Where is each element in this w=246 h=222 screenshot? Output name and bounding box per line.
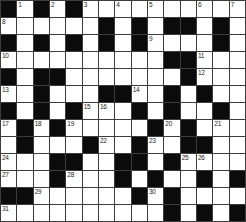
- crossword-cell[interactable]: [164, 1, 179, 17]
- crossword-cell[interactable]: [66, 137, 81, 153]
- crossword-block: [99, 86, 114, 102]
- crossword-cell[interactable]: 20: [164, 120, 179, 136]
- crossword-block: [34, 35, 49, 51]
- crossword-cell[interactable]: [99, 1, 114, 17]
- crossword-cell[interactable]: [230, 154, 245, 170]
- crossword-cell[interactable]: [83, 69, 98, 85]
- crossword-cell[interactable]: 15: [83, 103, 98, 119]
- crossword-cell[interactable]: [148, 205, 163, 221]
- crossword-cell[interactable]: 10: [1, 52, 16, 68]
- crossword-cell[interactable]: [50, 137, 65, 153]
- crossword-cell[interactable]: 24: [1, 154, 16, 170]
- crossword-cell[interactable]: [181, 103, 196, 119]
- crossword-cell[interactable]: [115, 205, 130, 221]
- crossword-cell[interactable]: 12: [197, 69, 212, 85]
- crossword-cell[interactable]: 19: [66, 120, 81, 136]
- clue-number: 30: [149, 188, 156, 195]
- crossword-cell[interactable]: [230, 18, 245, 34]
- crossword-cell[interactable]: 6: [197, 1, 212, 17]
- crossword-cell[interactable]: [83, 120, 98, 136]
- crossword-cell[interactable]: [83, 205, 98, 221]
- crossword-block: [132, 188, 147, 204]
- crossword-cell[interactable]: [17, 52, 32, 68]
- crossword-cell[interactable]: [115, 35, 130, 51]
- crossword-cell[interactable]: [164, 137, 179, 153]
- crossword-cell[interactable]: [66, 188, 81, 204]
- crossword-cell[interactable]: [164, 69, 179, 85]
- crossword-cell[interactable]: [50, 35, 65, 51]
- crossword-cell[interactable]: [230, 188, 245, 204]
- crossword-cell[interactable]: [181, 1, 196, 17]
- crossword-cell[interactable]: [132, 205, 147, 221]
- crossword-cell[interactable]: [83, 18, 98, 34]
- clue-number: 13: [2, 86, 9, 93]
- crossword-cell[interactable]: [99, 171, 114, 187]
- crossword-cell[interactable]: [99, 69, 114, 85]
- crossword-cell[interactable]: [99, 154, 114, 170]
- crossword-cell[interactable]: 14: [132, 86, 147, 102]
- crossword-block: [132, 35, 147, 51]
- crossword-block: [164, 205, 179, 221]
- crossword-block: [132, 18, 147, 34]
- crossword-block: [181, 18, 196, 34]
- crossword-block: [132, 103, 147, 119]
- crossword-cell[interactable]: [66, 52, 81, 68]
- crossword-cell[interactable]: [17, 69, 32, 85]
- crossword-cell[interactable]: 7: [230, 1, 245, 17]
- clue-number: 3: [84, 1, 87, 8]
- clue-number: 28: [67, 171, 74, 178]
- crossword-cell[interactable]: [34, 171, 49, 187]
- crossword-cell[interactable]: [34, 137, 49, 153]
- crossword-cell[interactable]: [148, 69, 163, 85]
- crossword-cell[interactable]: [66, 18, 81, 34]
- clue-number: 19: [67, 120, 74, 127]
- crossword-cell[interactable]: 21: [213, 120, 228, 136]
- clue-number: 25: [182, 154, 189, 161]
- crossword-cell[interactable]: [164, 171, 179, 187]
- crossword-cell[interactable]: [17, 205, 32, 221]
- crossword-block: [1, 103, 16, 119]
- crossword-block: [132, 137, 147, 153]
- crossword-cell[interactable]: 9: [148, 35, 163, 51]
- crossword-block: [164, 188, 179, 204]
- crossword-block: [115, 86, 130, 102]
- crossword-cell[interactable]: [66, 205, 81, 221]
- crossword-cell[interactable]: [50, 86, 65, 102]
- clue-number: 29: [35, 188, 42, 195]
- crossword-cell[interactable]: [99, 205, 114, 221]
- crossword-block: [164, 52, 179, 68]
- crossword-cell[interactable]: [181, 171, 196, 187]
- crossword-block: [164, 103, 179, 119]
- crossword-cell[interactable]: [213, 1, 228, 17]
- crossword-block: [197, 205, 212, 221]
- clue-number: 11: [198, 52, 204, 59]
- crossword-cell[interactable]: [230, 69, 245, 85]
- crossword-cell[interactable]: [230, 103, 245, 119]
- crossword-cell[interactable]: [50, 188, 65, 204]
- crossword-block: [181, 52, 196, 68]
- crossword-block: [34, 69, 49, 85]
- crossword-cell[interactable]: [148, 154, 163, 170]
- crossword-block: [1, 35, 16, 51]
- crossword-block: [164, 154, 179, 170]
- crossword-cell[interactable]: [132, 69, 147, 85]
- crossword-block: [17, 188, 32, 204]
- crossword-block: [164, 18, 179, 34]
- crossword-cell[interactable]: [115, 69, 130, 85]
- crossword-block: [50, 171, 65, 187]
- crossword-cell[interactable]: 26: [197, 154, 212, 170]
- clue-number: 21: [214, 120, 221, 127]
- crossword-block: [115, 154, 130, 170]
- clue-number: 8: [2, 18, 5, 25]
- crossword-cell[interactable]: [213, 52, 228, 68]
- crossword-cell[interactable]: [83, 52, 98, 68]
- clue-number: 4: [116, 1, 119, 8]
- crossword-block: [34, 103, 49, 119]
- crossword-block: [17, 120, 32, 136]
- crossword-cell[interactable]: [132, 120, 147, 136]
- crossword-block: [66, 103, 81, 119]
- crossword-cell[interactable]: [66, 86, 81, 102]
- crossword-cell[interactable]: [213, 154, 228, 170]
- crossword-cell[interactable]: [197, 188, 212, 204]
- crossword-cell[interactable]: [132, 171, 147, 187]
- crossword-cell[interactable]: 29: [34, 188, 49, 204]
- crossword-block: [181, 120, 196, 136]
- clue-number: 16: [100, 103, 107, 110]
- crossword-block: [132, 154, 147, 170]
- crossword-cell[interactable]: [50, 52, 65, 68]
- crossword-cell[interactable]: [50, 205, 65, 221]
- crossword-block: [213, 35, 228, 51]
- clue-number: 27: [2, 171, 9, 178]
- crossword-cell[interactable]: [66, 69, 81, 85]
- crossword-cell[interactable]: 27: [1, 171, 16, 187]
- crossword-block: [17, 137, 32, 153]
- crossword-block: [197, 171, 212, 187]
- crossword-block: [230, 171, 245, 187]
- clue-number: 6: [198, 1, 201, 8]
- crossword-cell[interactable]: [132, 1, 147, 17]
- crossword-block: [213, 18, 228, 34]
- clue-number: 1: [18, 1, 21, 8]
- crossword-cell[interactable]: [17, 86, 32, 102]
- crossword-cell[interactable]: 25: [181, 154, 196, 170]
- crossword-cell[interactable]: [17, 171, 32, 187]
- crossword-cell[interactable]: [230, 35, 245, 51]
- crossword-cell[interactable]: [115, 52, 130, 68]
- crossword-cell[interactable]: 11: [197, 52, 212, 68]
- crossword-cell[interactable]: [17, 18, 32, 34]
- crossword-cell[interactable]: [197, 18, 212, 34]
- crossword-cell[interactable]: 3: [83, 1, 98, 17]
- crossword-block: [50, 120, 65, 136]
- crossword-cell[interactable]: [148, 18, 163, 34]
- clue-number: 22: [100, 137, 107, 144]
- crossword-block: [115, 171, 130, 187]
- crossword-block: [34, 1, 49, 17]
- crossword-cell[interactable]: [181, 35, 196, 51]
- crossword-cell[interactable]: [99, 52, 114, 68]
- clue-number: 31: [2, 205, 9, 212]
- clue-number: 20: [165, 120, 172, 127]
- clue-number: 9: [149, 35, 152, 42]
- crossword-cell[interactable]: 22: [99, 137, 114, 153]
- crossword-cell[interactable]: [83, 188, 98, 204]
- crossword-cell[interactable]: 30: [148, 188, 163, 204]
- crossword-cell[interactable]: 13: [1, 86, 16, 102]
- crossword-block: [1, 1, 16, 17]
- crossword-block: [230, 205, 245, 221]
- clue-number: 2: [51, 1, 54, 8]
- crossword-cell[interactable]: [213, 86, 228, 102]
- crossword-block: [66, 154, 81, 170]
- crossword-cell[interactable]: [115, 188, 130, 204]
- crossword-cell[interactable]: [213, 205, 228, 221]
- crossword-cell[interactable]: [99, 120, 114, 136]
- clue-number: 18: [35, 120, 42, 127]
- crossword-block: [213, 103, 228, 119]
- crossword-block: [197, 137, 212, 153]
- crossword-cell[interactable]: 23: [148, 137, 163, 153]
- crossword-cell[interactable]: [34, 154, 49, 170]
- clue-number: 26: [198, 154, 205, 161]
- crossword-cell[interactable]: [213, 171, 228, 187]
- crossword-block: [99, 35, 114, 51]
- crossword-cell[interactable]: [197, 35, 212, 51]
- crossword-block: [1, 188, 16, 204]
- crossword-cell[interactable]: 4: [115, 1, 130, 17]
- crossword-cell[interactable]: [115, 120, 130, 136]
- crossword-cell[interactable]: [34, 205, 49, 221]
- crossword-cell[interactable]: [213, 188, 228, 204]
- crossword-cell[interactable]: [181, 86, 196, 102]
- crossword-block: [181, 137, 196, 153]
- crossword-cell[interactable]: [181, 205, 196, 221]
- crossword-cell[interactable]: [181, 188, 196, 204]
- crossword-cell[interactable]: 28: [66, 171, 81, 187]
- crossword-cell[interactable]: [164, 35, 179, 51]
- crossword-cell[interactable]: 2: [50, 1, 65, 17]
- crossword-cell[interactable]: [83, 154, 98, 170]
- crossword-cell[interactable]: 1: [17, 1, 32, 17]
- crossword-block: [99, 18, 114, 34]
- crossword-cell[interactable]: [132, 52, 147, 68]
- clue-number: 15: [84, 103, 91, 110]
- crossword-cell[interactable]: [230, 52, 245, 68]
- crossword-cell[interactable]: [17, 35, 32, 51]
- crossword-cell[interactable]: [50, 18, 65, 34]
- crossword-cell[interactable]: [83, 86, 98, 102]
- crossword-block: [66, 1, 81, 17]
- crossword-cell[interactable]: [50, 103, 65, 119]
- crossword-cell[interactable]: [17, 103, 32, 119]
- crossword-block: [197, 86, 212, 102]
- crossword-cell[interactable]: [83, 171, 98, 187]
- crossword-block: [34, 86, 49, 102]
- crossword-block: [164, 86, 179, 102]
- crossword-cell[interactable]: [230, 120, 245, 136]
- clue-number: 5: [149, 1, 152, 8]
- crossword-cell[interactable]: [148, 86, 163, 102]
- crossword-cell[interactable]: 8: [1, 18, 16, 34]
- crossword-cell[interactable]: [115, 103, 130, 119]
- crossword-cell[interactable]: [213, 69, 228, 85]
- crossword-cell[interactable]: [197, 103, 212, 119]
- clue-number: 23: [149, 137, 156, 144]
- crossword-cell[interactable]: [1, 137, 16, 153]
- crossword-cell[interactable]: [115, 137, 130, 153]
- crossword-block: [1, 69, 16, 85]
- clue-number: 14: [133, 86, 140, 93]
- crossword-cell[interactable]: [83, 35, 98, 51]
- clue-number: 24: [2, 154, 9, 161]
- crossword-cell[interactable]: 17: [1, 120, 16, 136]
- crossword-cell[interactable]: [197, 120, 212, 136]
- crossword-cell[interactable]: 5: [148, 1, 163, 17]
- crossword-cell[interactable]: [230, 137, 245, 153]
- crossword-grid: 1234567891011121314151617181920212223242…: [0, 0, 246, 222]
- clue-number: 10: [2, 52, 9, 59]
- crossword-cell[interactable]: [115, 18, 130, 34]
- crossword-cell[interactable]: [213, 137, 228, 153]
- crossword-block: [50, 69, 65, 85]
- crossword-cell[interactable]: [148, 52, 163, 68]
- crossword-cell[interactable]: 31: [1, 205, 16, 221]
- crossword-cell[interactable]: [230, 86, 245, 102]
- crossword-block: [66, 35, 81, 51]
- crossword-board: 1234567891011121314151617181920212223242…: [0, 0, 246, 222]
- clue-number: 7: [231, 1, 234, 8]
- clue-number: 12: [198, 69, 205, 76]
- crossword-cell[interactable]: [34, 52, 49, 68]
- crossword-block: [50, 154, 65, 170]
- crossword-cell[interactable]: [99, 188, 114, 204]
- crossword-cell[interactable]: [17, 154, 32, 170]
- crossword-cell[interactable]: [34, 18, 49, 34]
- crossword-block: [181, 69, 196, 85]
- crossword-block: [148, 171, 163, 187]
- crossword-cell[interactable]: [148, 103, 163, 119]
- crossword-block: [148, 120, 163, 136]
- crossword-cell[interactable]: 16: [99, 103, 114, 119]
- crossword-block: [83, 137, 98, 153]
- clue-number: 17: [2, 120, 9, 127]
- crossword-cell[interactable]: 18: [34, 120, 49, 136]
